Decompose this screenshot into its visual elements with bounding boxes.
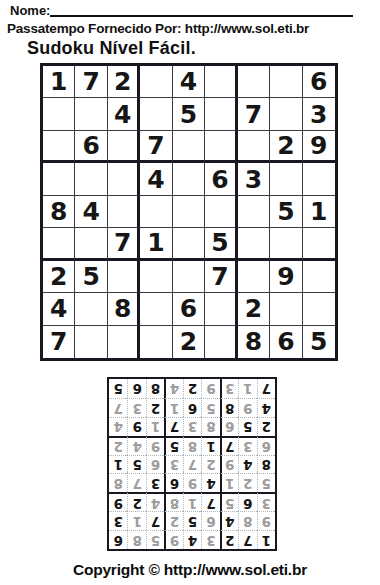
solution-cell-r4c1: 5	[257, 473, 275, 492]
solution-cell-r8c3: 8	[220, 398, 238, 417]
solution-cell-r4c9: 8	[109, 473, 127, 492]
solution-cell-r5c7: 6	[146, 455, 164, 474]
cell-r4c4: 4	[140, 163, 172, 195]
solution-cell-r6c3: 7	[220, 436, 238, 455]
cell-r7c6: 7	[205, 261, 237, 293]
solution-cell-r1c1: 1	[257, 530, 275, 549]
cell-r7c8: 9	[270, 261, 302, 293]
cell-r6c7	[238, 228, 270, 260]
cell-r5c4	[140, 196, 172, 228]
cell-r5c7	[238, 196, 270, 228]
name-label: Nome:	[10, 3, 50, 18]
solution-cell-r4c2: 2	[238, 473, 256, 492]
cell-r1c7	[238, 66, 270, 98]
sudoku-solution-grid-rotated: 1723495869846527133657184295214963788492…	[107, 377, 277, 551]
solution-cell-r8c4: 5	[201, 398, 219, 417]
cell-r2c4	[140, 98, 172, 130]
solution-cell-r7c9: 4	[109, 417, 127, 436]
solution-cell-r6c7: 9	[146, 436, 164, 455]
cell-r1c2: 7	[75, 66, 107, 98]
solution-cell-r9c4: 9	[201, 379, 219, 398]
cell-r7c4	[140, 261, 172, 293]
cell-r2c8	[270, 98, 302, 130]
cell-r1c9: 6	[303, 66, 335, 98]
solution-cell-r5c5: 7	[183, 455, 201, 474]
solution-cell-r4c4: 4	[201, 473, 219, 492]
cell-r6c4: 1	[140, 228, 172, 260]
solution-cell-r5c3: 9	[220, 455, 238, 474]
cell-r9c5: 2	[173, 326, 205, 358]
cell-r2c3: 4	[108, 98, 140, 130]
cell-r7c2: 5	[75, 261, 107, 293]
cell-r5c5	[173, 196, 205, 228]
solution-cell-r1c5: 4	[183, 530, 201, 549]
cell-r8c9	[303, 293, 335, 325]
cell-r7c1: 2	[43, 261, 75, 293]
sudoku-puzzle-grid: 172464573672946384517152579486272865	[40, 63, 338, 361]
cell-r8c4	[140, 293, 172, 325]
solution-cell-r9c2: 1	[238, 379, 256, 398]
cell-r7c3	[108, 261, 140, 293]
cell-r9c4	[140, 326, 172, 358]
solution-cell-r7c6: 7	[164, 417, 182, 436]
cell-r6c5	[173, 228, 205, 260]
cell-r8c6	[205, 293, 237, 325]
cell-r7c5	[173, 261, 205, 293]
cell-r3c9: 9	[303, 131, 335, 163]
solution-cell-r1c9: 6	[109, 530, 127, 549]
cell-r3c4: 7	[140, 131, 172, 163]
solution-cell-r7c2: 5	[238, 417, 256, 436]
solution-cell-r2c9: 3	[109, 511, 127, 530]
solution-cell-r2c4: 6	[201, 511, 219, 530]
cell-r5c2: 4	[75, 196, 107, 228]
cell-r1c3: 2	[108, 66, 140, 98]
solution-cell-r9c6: 4	[164, 379, 182, 398]
solution-cell-r5c6: 3	[164, 455, 182, 474]
cell-r6c9	[303, 228, 335, 260]
cell-r8c1: 4	[43, 293, 75, 325]
solution-cell-r3c9: 9	[109, 492, 127, 511]
cell-r1c8	[270, 66, 302, 98]
solution-cell-r9c9: 5	[109, 379, 127, 398]
solution-cell-r6c9: 2	[109, 436, 127, 455]
solution-cell-r7c8: 9	[127, 417, 145, 436]
cell-r3c7	[238, 131, 270, 163]
solution-cell-r5c2: 4	[238, 455, 256, 474]
cell-r5c8: 5	[270, 196, 302, 228]
solution-cell-r9c3: 3	[220, 379, 238, 398]
solution-cell-r4c3: 1	[220, 473, 238, 492]
cell-r6c6: 5	[205, 228, 237, 260]
cell-r7c7	[238, 261, 270, 293]
solution-cell-r5c9: 1	[109, 455, 127, 474]
solution-cell-r9c5: 2	[183, 379, 201, 398]
solution-cell-r5c1: 8	[257, 455, 275, 474]
solution-cell-r3c2: 6	[238, 492, 256, 511]
solution-cell-r9c8: 6	[127, 379, 145, 398]
solution-cell-r7c4: 8	[201, 417, 219, 436]
solution-cell-r8c7: 2	[146, 398, 164, 417]
solution-cell-r4c5: 9	[183, 473, 201, 492]
solution-cell-r2c8: 1	[127, 511, 145, 530]
page-title: Sudoku Nível Fácil.	[27, 38, 196, 59]
solution-cell-r1c6: 9	[164, 530, 182, 549]
cell-r4c3	[108, 163, 140, 195]
solution-cell-r8c8: 3	[127, 398, 145, 417]
cell-r4c6: 6	[205, 163, 237, 195]
solution-cell-r1c2: 7	[238, 530, 256, 549]
solution-cell-r2c1: 9	[257, 511, 275, 530]
solution-cell-r9c7: 8	[146, 379, 164, 398]
cell-r6c1	[43, 228, 75, 260]
cell-r9c7: 8	[238, 326, 270, 358]
cell-r3c3	[108, 131, 140, 163]
solution-cell-r8c5: 6	[183, 398, 201, 417]
cell-r2c7: 7	[238, 98, 270, 130]
cell-r2c1	[43, 98, 75, 130]
cell-r1c1: 1	[43, 66, 75, 98]
cell-r7c9	[303, 261, 335, 293]
cell-r6c3: 7	[108, 228, 140, 260]
solution-cell-r2c5: 5	[183, 511, 201, 530]
solution-cell-r2c6: 2	[164, 511, 182, 530]
cell-r1c5: 4	[173, 66, 205, 98]
solution-cell-r1c8: 8	[127, 530, 145, 549]
cell-r2c2	[75, 98, 107, 130]
cell-r1c6	[205, 66, 237, 98]
solution-cell-r1c4: 3	[201, 530, 219, 549]
solution-cell-r7c3: 6	[220, 417, 238, 436]
solution-cell-r1c7: 5	[146, 530, 164, 549]
copyright-text: Copyright © http://www.sol.eti.br	[0, 561, 380, 579]
cell-r5c1: 8	[43, 196, 75, 228]
cell-r8c2	[75, 293, 107, 325]
cell-r4c5	[173, 163, 205, 195]
solution-cell-r3c6: 8	[164, 492, 182, 511]
cell-r9c1: 7	[43, 326, 75, 358]
cell-r5c9: 1	[303, 196, 335, 228]
sudoku-worksheet: Nome: Passatempo Fornecido Por: http://w…	[0, 0, 380, 585]
cell-r2c5: 5	[173, 98, 205, 130]
solution-cell-r6c2: 3	[238, 436, 256, 455]
cell-r8c7: 2	[238, 293, 270, 325]
cell-r4c2	[75, 163, 107, 195]
solution-cell-r3c3: 5	[220, 492, 238, 511]
cell-r4c7: 3	[238, 163, 270, 195]
solution-cell-r3c7: 4	[146, 492, 164, 511]
solution-cell-r8c2: 9	[238, 398, 256, 417]
solution-cell-r8c6: 1	[164, 398, 182, 417]
solution-cell-r4c6: 6	[164, 473, 182, 492]
cell-r4c1	[43, 163, 75, 195]
cell-r8c5: 6	[173, 293, 205, 325]
solution-cell-r3c5: 1	[183, 492, 201, 511]
cell-r3c2: 6	[75, 131, 107, 163]
solution-cell-r6c4: 1	[201, 436, 219, 455]
cell-r6c2	[75, 228, 107, 260]
cell-r6c8	[270, 228, 302, 260]
cell-r1c4	[140, 66, 172, 98]
solution-cell-r8c1: 4	[257, 398, 275, 417]
cell-r4c9	[303, 163, 335, 195]
name-row: Nome:	[10, 3, 353, 18]
cell-r9c8: 6	[270, 326, 302, 358]
solution-cell-r4c7: 3	[146, 473, 164, 492]
solution-cell-r3c4: 7	[201, 492, 219, 511]
cell-r3c5	[173, 131, 205, 163]
solution-cell-r2c7: 7	[146, 511, 164, 530]
cell-r5c6	[205, 196, 237, 228]
solution-cell-r7c5: 3	[183, 417, 201, 436]
solution-cell-r7c7: 1	[146, 417, 164, 436]
cell-r5c3	[108, 196, 140, 228]
provided-by-text: Passatempo Fornecido Por: http://www.sol…	[7, 21, 309, 36]
solution-cell-r6c6: 5	[164, 436, 182, 455]
solution-cell-r3c8: 2	[127, 492, 145, 511]
cell-r8c8	[270, 293, 302, 325]
cell-r9c6	[205, 326, 237, 358]
cell-r2c6	[205, 98, 237, 130]
cell-r9c2	[75, 326, 107, 358]
solution-cell-r6c1: 6	[257, 436, 275, 455]
solution-cell-r7c1: 2	[257, 417, 275, 436]
solution-cell-r1c3: 2	[220, 530, 238, 549]
cell-r3c1	[43, 131, 75, 163]
cell-r4c8	[270, 163, 302, 195]
cell-r9c9: 5	[303, 326, 335, 358]
solution-cell-r5c8: 5	[127, 455, 145, 474]
cell-r2c9: 3	[303, 98, 335, 130]
cell-r8c3: 8	[108, 293, 140, 325]
solution-cell-r2c3: 4	[220, 511, 238, 530]
solution-cell-r3c1: 3	[257, 492, 275, 511]
name-blank-line	[50, 3, 353, 17]
solution-cell-r5c4: 2	[201, 455, 219, 474]
solution-cell-r6c8: 4	[127, 436, 145, 455]
solution-cell-r2c2: 8	[238, 511, 256, 530]
solution-cell-r4c8: 7	[127, 473, 145, 492]
cell-r9c3	[108, 326, 140, 358]
solution-cell-r8c9: 7	[109, 398, 127, 417]
cell-r3c8: 2	[270, 131, 302, 163]
solution-cell-r6c5: 8	[183, 436, 201, 455]
solution-cell-r9c1: 7	[257, 379, 275, 398]
cell-r3c6	[205, 131, 237, 163]
